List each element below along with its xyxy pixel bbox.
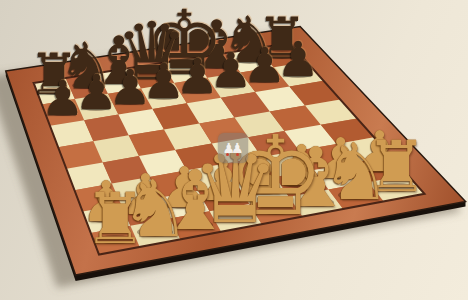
watermark-red-dot xyxy=(236,153,239,156)
watermark-red-dot xyxy=(226,153,229,156)
photo-stage: ♜♞♝♛♚♝♞♜♟♟♟♟♟♟♟♟♟♟♟♟♟♟♟♟♜♞♝♛♚♝♞♜ ♟♟ xyxy=(0,0,468,300)
watermark-logo: ♟♟ xyxy=(218,133,248,163)
